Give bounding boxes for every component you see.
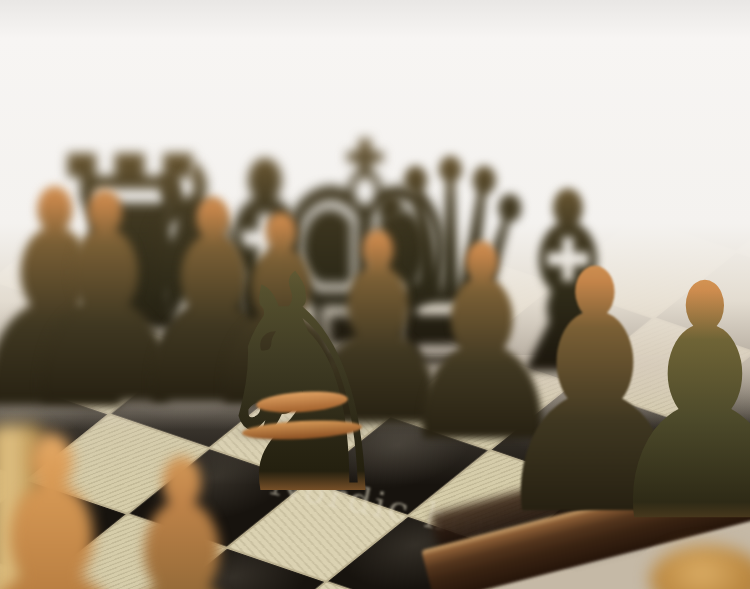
chess-board (0, 0, 750, 589)
chess-set-photo: Nordic house ♟♜♟♞♟♝♟♚♟♛♟♝♟♟♞♟♟ (0, 0, 750, 589)
offboard-gold-piece (650, 545, 750, 589)
